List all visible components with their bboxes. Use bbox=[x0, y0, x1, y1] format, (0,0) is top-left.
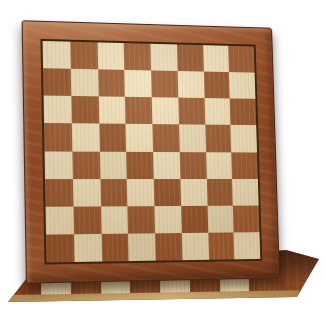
square-a5 bbox=[44, 123, 72, 151]
square-c1 bbox=[101, 234, 129, 262]
square-f4 bbox=[179, 152, 206, 179]
square-h7 bbox=[229, 72, 255, 99]
square-f7 bbox=[177, 71, 204, 98]
square-d6 bbox=[125, 97, 152, 124]
square-a4 bbox=[45, 151, 73, 179]
square-b4 bbox=[72, 151, 100, 179]
square-d2 bbox=[128, 206, 155, 234]
square-f3 bbox=[180, 179, 207, 206]
square-g1 bbox=[208, 232, 235, 259]
square-e5 bbox=[152, 124, 179, 151]
square-b8 bbox=[70, 42, 98, 70]
square-g4 bbox=[206, 152, 233, 179]
square-b7 bbox=[70, 69, 98, 97]
square-f6 bbox=[178, 98, 205, 125]
square-e3 bbox=[154, 179, 181, 206]
square-d3 bbox=[127, 179, 154, 206]
square-f1 bbox=[182, 233, 209, 261]
square-g8 bbox=[203, 45, 229, 72]
square-e2 bbox=[154, 206, 181, 233]
square-h8 bbox=[228, 46, 254, 73]
square-d8 bbox=[124, 43, 151, 70]
square-d7 bbox=[124, 70, 151, 97]
square-f5 bbox=[179, 125, 206, 152]
square-c7 bbox=[98, 69, 125, 97]
square-b6 bbox=[71, 96, 99, 124]
square-f8 bbox=[177, 44, 204, 71]
square-h3 bbox=[232, 179, 258, 206]
square-a6 bbox=[44, 96, 72, 124]
square-e7 bbox=[151, 71, 178, 98]
board-play-area bbox=[40, 39, 262, 265]
upright-chess-board bbox=[22, 20, 280, 283]
square-c2 bbox=[100, 206, 128, 234]
square-g5 bbox=[205, 125, 232, 152]
square-d4 bbox=[126, 151, 153, 178]
square-h5 bbox=[231, 125, 257, 152]
square-e4 bbox=[153, 152, 180, 179]
square-c6 bbox=[98, 97, 126, 125]
square-h1 bbox=[234, 232, 261, 259]
square-c4 bbox=[99, 151, 127, 178]
square-a7 bbox=[43, 68, 71, 96]
square-f2 bbox=[181, 206, 208, 233]
square-g6 bbox=[204, 98, 231, 125]
square-a3 bbox=[45, 179, 73, 207]
square-b2 bbox=[73, 206, 101, 234]
square-b1 bbox=[74, 234, 102, 262]
scene bbox=[0, 0, 325, 325]
square-b5 bbox=[72, 124, 100, 152]
square-a1 bbox=[46, 234, 74, 262]
square-a8 bbox=[43, 41, 71, 69]
square-d5 bbox=[126, 124, 153, 151]
square-c3 bbox=[100, 179, 128, 207]
square-b3 bbox=[73, 179, 101, 207]
square-g2 bbox=[207, 205, 234, 232]
square-a2 bbox=[46, 206, 74, 234]
square-e1 bbox=[155, 233, 182, 261]
square-d1 bbox=[128, 233, 155, 261]
square-g3 bbox=[206, 179, 233, 206]
square-c5 bbox=[99, 124, 127, 151]
square-h4 bbox=[231, 152, 257, 179]
square-e8 bbox=[150, 44, 177, 71]
square-e6 bbox=[152, 97, 179, 124]
square-h2 bbox=[233, 205, 259, 232]
square-g7 bbox=[203, 72, 230, 99]
square-c8 bbox=[97, 42, 124, 70]
square-h6 bbox=[230, 99, 256, 126]
